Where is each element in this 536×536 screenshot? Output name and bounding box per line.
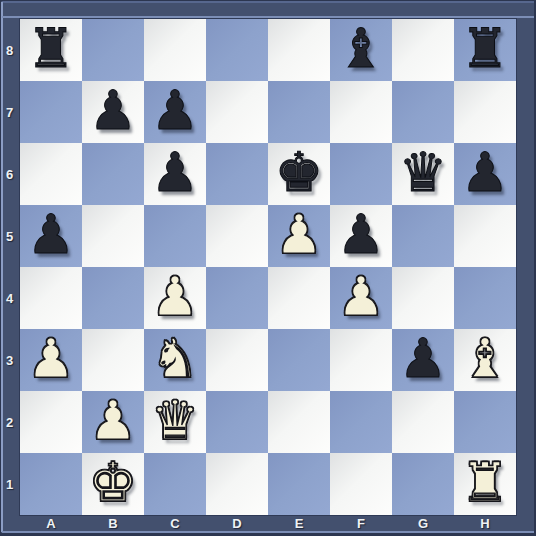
square-g8 (392, 19, 454, 81)
piece-white-king: ♚ (89, 456, 137, 510)
square-e3 (268, 329, 330, 391)
piece-black-pawn: ♟ (151, 84, 199, 138)
piece-black-pawn: ♟ (89, 84, 137, 138)
piece-black-pawn: ♟ (461, 146, 509, 200)
square-f4: ♟ (330, 267, 392, 329)
chess-board: 87654321 ♜♝♜♟♟♟♚♛♟♟♟♟♟♟♟♞♟♝♟♛♚♜ ABCDEFGH (0, 0, 536, 536)
square-g7 (392, 81, 454, 143)
file-label-f: F (330, 515, 392, 531)
square-h8: ♜ (454, 19, 516, 81)
rank-label-5: 5 (0, 205, 19, 267)
piece-white-pawn: ♟ (89, 394, 137, 448)
square-g1 (392, 453, 454, 515)
piece-white-pawn: ♟ (151, 270, 199, 324)
square-b7: ♟ (82, 81, 144, 143)
square-c8 (144, 19, 206, 81)
piece-black-king: ♚ (275, 146, 323, 200)
square-a7 (20, 81, 82, 143)
square-d5 (206, 205, 268, 267)
square-b5 (82, 205, 144, 267)
frame-bevel-top (2, 1, 534, 3)
square-b1: ♚ (82, 453, 144, 515)
square-g5 (392, 205, 454, 267)
square-b3 (82, 329, 144, 391)
square-a3: ♟ (20, 329, 82, 391)
rank-labels: 87654321 (0, 19, 19, 515)
square-c7: ♟ (144, 81, 206, 143)
square-e1 (268, 453, 330, 515)
square-c4: ♟ (144, 267, 206, 329)
piece-black-pawn: ♟ (27, 208, 75, 262)
piece-black-pawn: ♟ (399, 332, 447, 386)
square-e5: ♟ (268, 205, 330, 267)
square-f2 (330, 391, 392, 453)
square-h6: ♟ (454, 143, 516, 205)
square-g6: ♛ (392, 143, 454, 205)
piece-black-rook: ♜ (27, 22, 75, 76)
square-f6 (330, 143, 392, 205)
piece-black-pawn: ♟ (337, 208, 385, 262)
square-e6: ♚ (268, 143, 330, 205)
square-d1 (206, 453, 268, 515)
square-c1 (144, 453, 206, 515)
square-f5: ♟ (330, 205, 392, 267)
square-f7 (330, 81, 392, 143)
square-a4 (20, 267, 82, 329)
board-squares: ♜♝♜♟♟♟♚♛♟♟♟♟♟♟♟♞♟♝♟♛♚♜ (19, 18, 517, 516)
piece-white-pawn: ♟ (337, 270, 385, 324)
rank-label-7: 7 (0, 81, 19, 143)
rank-label-3: 3 (0, 329, 19, 391)
file-label-g: G (392, 515, 454, 531)
rank-label-6: 6 (0, 143, 19, 205)
square-g2 (392, 391, 454, 453)
square-b8 (82, 19, 144, 81)
square-c3: ♞ (144, 329, 206, 391)
square-e8 (268, 19, 330, 81)
square-f3 (330, 329, 392, 391)
square-d4 (206, 267, 268, 329)
file-label-a: A (20, 515, 82, 531)
square-a6 (20, 143, 82, 205)
file-label-c: C (144, 515, 206, 531)
square-c2: ♛ (144, 391, 206, 453)
square-e4 (268, 267, 330, 329)
square-a2 (20, 391, 82, 453)
rank-label-2: 2 (0, 391, 19, 453)
file-label-h: H (454, 515, 516, 531)
square-h2 (454, 391, 516, 453)
square-d2 (206, 391, 268, 453)
piece-black-rook: ♜ (461, 22, 509, 76)
square-g4 (392, 267, 454, 329)
square-d3 (206, 329, 268, 391)
piece-white-pawn: ♟ (275, 208, 323, 262)
piece-black-pawn: ♟ (151, 146, 199, 200)
square-h1: ♜ (454, 453, 516, 515)
square-f1 (330, 453, 392, 515)
piece-white-bishop: ♝ (461, 332, 509, 386)
square-c6: ♟ (144, 143, 206, 205)
square-d7 (206, 81, 268, 143)
square-b6 (82, 143, 144, 205)
square-h5 (454, 205, 516, 267)
square-h4 (454, 267, 516, 329)
rank-label-8: 8 (0, 19, 19, 81)
rank-label-1: 1 (0, 453, 19, 515)
piece-black-bishop: ♝ (337, 22, 385, 76)
square-e2 (268, 391, 330, 453)
square-b4 (82, 267, 144, 329)
square-h3: ♝ (454, 329, 516, 391)
square-d8 (206, 19, 268, 81)
file-label-b: B (82, 515, 144, 531)
file-label-e: E (268, 515, 330, 531)
square-h7 (454, 81, 516, 143)
piece-white-pawn: ♟ (27, 332, 75, 386)
square-f8: ♝ (330, 19, 392, 81)
square-a8: ♜ (20, 19, 82, 81)
square-a5: ♟ (20, 205, 82, 267)
file-label-d: D (206, 515, 268, 531)
square-e7 (268, 81, 330, 143)
piece-white-rook: ♜ (461, 456, 509, 510)
piece-white-queen: ♛ (151, 394, 199, 448)
rank-label-4: 4 (0, 267, 19, 329)
square-d6 (206, 143, 268, 205)
square-b2: ♟ (82, 391, 144, 453)
file-labels: ABCDEFGH (20, 515, 516, 531)
square-g3: ♟ (392, 329, 454, 391)
square-c5 (144, 205, 206, 267)
piece-white-knight: ♞ (151, 332, 199, 386)
square-a1 (20, 453, 82, 515)
piece-black-queen: ♛ (399, 146, 447, 200)
